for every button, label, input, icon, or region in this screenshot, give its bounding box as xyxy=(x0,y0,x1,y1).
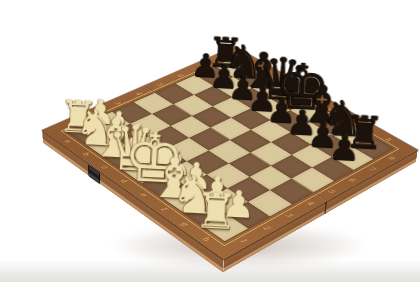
square-b3[interactable] xyxy=(130,114,170,136)
board-grid: ♜♞♝♛♚♝♞♜♟♟♟♟♟♟♟♟♟♟♟♟♟♟♟♟♜♞♝♛♚♝♞♜ xyxy=(66,57,394,242)
scene: abcdefgh abcdefgh 87654321 87654321 ♜♞♝♛… xyxy=(0,0,420,282)
chess-board: abcdefgh abcdefgh 87654321 87654321 ♜♞♝♛… xyxy=(42,46,418,259)
product-photo-chess-set: abcdefgh abcdefgh 87654321 87654321 ♜♞♝♛… xyxy=(0,0,420,282)
fold-seam-side xyxy=(324,201,327,215)
board-frame: abcdefgh abcdefgh 87654321 87654321 ♜♞♝♛… xyxy=(42,46,418,259)
